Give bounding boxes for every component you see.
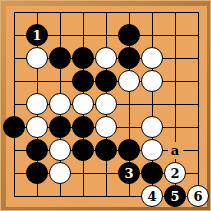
go-board: 132456a (6, 6, 207, 207)
black-stone (26, 162, 48, 184)
move-number-label: 1 (32, 29, 41, 42)
white-stone (95, 116, 117, 138)
white-stone (26, 93, 48, 115)
white-stone (141, 139, 163, 161)
white-stone (49, 162, 71, 184)
black-stone: 1 (26, 24, 48, 46)
black-stone (49, 47, 71, 69)
white-stone (95, 93, 117, 115)
white-stone (26, 116, 48, 138)
white-stone (49, 93, 71, 115)
black-stone (72, 47, 94, 69)
move-number-label: 5 (170, 190, 179, 203)
white-stone (72, 93, 94, 115)
goban-frame: 132456a (0, 0, 211, 211)
black-stone (72, 70, 94, 92)
white-stone (118, 70, 140, 92)
black-stone (118, 24, 140, 46)
black-stone (3, 116, 25, 138)
white-stone (95, 47, 117, 69)
point-label-a: a (168, 142, 183, 159)
white-stone: 4 (141, 185, 163, 207)
black-stone (95, 70, 117, 92)
black-stone (118, 47, 140, 69)
move-number-label: 3 (124, 167, 133, 180)
white-stone: 6 (187, 185, 209, 207)
black-stone (72, 139, 94, 161)
grid-line-vertical (198, 12, 199, 197)
white-stone: 2 (164, 162, 186, 184)
white-stone (141, 47, 163, 69)
move-number-label: 2 (170, 167, 179, 180)
black-stone (49, 116, 71, 138)
black-stone: 3 (118, 162, 140, 184)
black-stone (95, 139, 117, 161)
white-stone (26, 47, 48, 69)
black-stone (26, 139, 48, 161)
white-stone (141, 70, 163, 92)
move-number-label: 4 (147, 190, 156, 203)
white-stone (49, 139, 71, 161)
black-stone (118, 139, 140, 161)
black-stone: 5 (164, 185, 186, 207)
white-stone (141, 116, 163, 138)
black-stone (141, 162, 163, 184)
move-number-label: 6 (193, 190, 202, 203)
black-stone (72, 116, 94, 138)
